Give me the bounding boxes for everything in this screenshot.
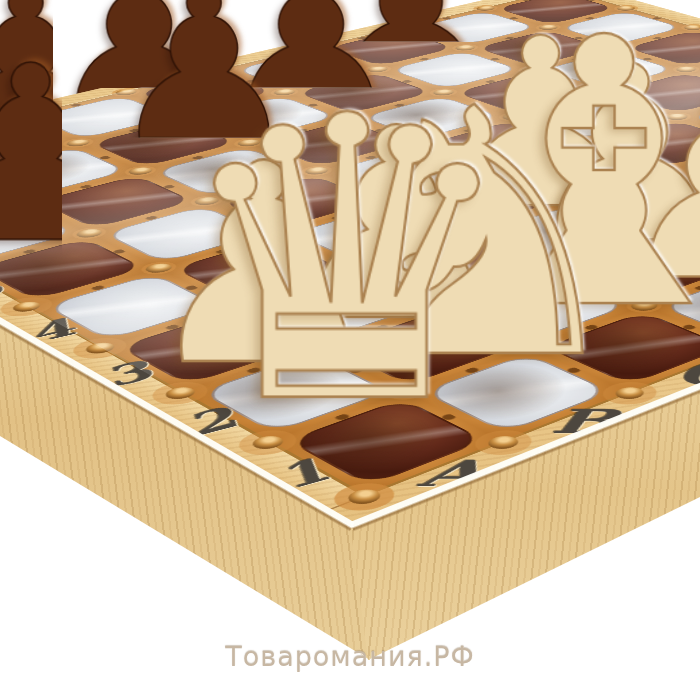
product-photo: 12345678ABCDEFGH♛♞♝♟♟♟♟♟♚♛♝♝♟♟♟♟♟♟♟♟ Тов… — [0, 0, 700, 700]
watermark: Товаромания.РФ — [225, 641, 475, 672]
piece-white-queen-a1: ♛ — [171, 66, 522, 457]
piece-black-pawn-a5: ♟ — [0, 34, 140, 277]
